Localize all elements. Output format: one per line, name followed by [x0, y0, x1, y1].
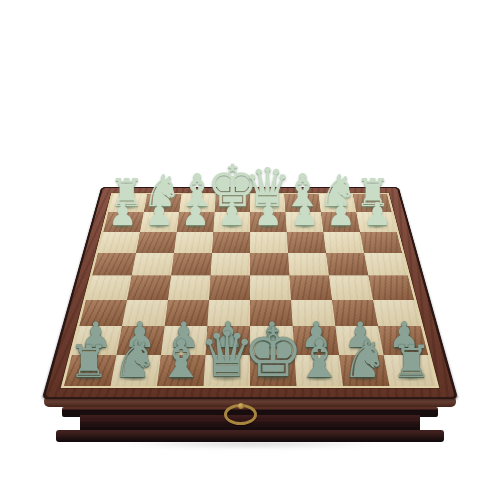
square-d4[interactable]: [209, 275, 250, 299]
square-c7[interactable]: [177, 212, 215, 232]
base-bottom-molding: [56, 430, 444, 442]
square-f1[interactable]: [295, 355, 343, 386]
square-g3[interactable]: [332, 300, 378, 326]
square-g4[interactable]: [329, 275, 373, 299]
square-a5[interactable]: [92, 253, 136, 276]
square-h5[interactable]: [364, 253, 408, 276]
square-e3[interactable]: [250, 300, 293, 326]
square-e6[interactable]: [250, 232, 288, 253]
square-e5[interactable]: [250, 253, 289, 276]
square-d5[interactable]: [211, 253, 250, 276]
square-c4[interactable]: [168, 275, 211, 299]
square-e4[interactable]: [250, 275, 291, 299]
square-g8[interactable]: [319, 194, 357, 212]
square-c5[interactable]: [171, 253, 212, 276]
square-b3[interactable]: [122, 300, 168, 326]
square-g7[interactable]: [321, 212, 360, 232]
square-e8[interactable]: [250, 194, 285, 212]
drawer-handle-icon: [224, 404, 257, 425]
board-grid: [64, 194, 436, 386]
square-a6[interactable]: [98, 232, 140, 253]
square-d1[interactable]: [203, 355, 249, 386]
square-h3[interactable]: [373, 300, 421, 326]
square-a1[interactable]: [64, 355, 116, 386]
square-a3[interactable]: [79, 300, 127, 326]
square-b5[interactable]: [132, 253, 174, 276]
square-c1[interactable]: [157, 355, 205, 386]
square-d7[interactable]: [213, 212, 250, 232]
handle-knob: [238, 403, 244, 409]
square-h8[interactable]: [353, 194, 392, 212]
square-d3[interactable]: [207, 300, 250, 326]
square-b6[interactable]: [136, 232, 177, 253]
square-d8[interactable]: [215, 194, 250, 212]
square-g2[interactable]: [335, 326, 383, 355]
square-h4[interactable]: [368, 275, 414, 299]
square-c6[interactable]: [174, 232, 213, 253]
square-g6[interactable]: [323, 232, 364, 253]
square-g1[interactable]: [339, 355, 389, 386]
square-b1[interactable]: [110, 355, 160, 386]
square-f5[interactable]: [288, 253, 329, 276]
chess-board: [42, 187, 459, 399]
square-h6[interactable]: [360, 232, 402, 253]
square-d6[interactable]: [212, 232, 250, 253]
square-e2[interactable]: [250, 326, 295, 355]
square-a8[interactable]: [108, 194, 147, 212]
square-h7[interactable]: [356, 212, 396, 232]
square-f7[interactable]: [285, 212, 323, 232]
square-c3[interactable]: [165, 300, 209, 326]
square-c8[interactable]: [179, 194, 216, 212]
square-b4[interactable]: [127, 275, 171, 299]
square-f2[interactable]: [293, 326, 339, 355]
square-b7[interactable]: [140, 212, 179, 232]
square-a2[interactable]: [72, 326, 122, 355]
square-a4[interactable]: [86, 275, 132, 299]
square-f6[interactable]: [287, 232, 326, 253]
square-f8[interactable]: [284, 194, 321, 212]
square-b8[interactable]: [144, 194, 182, 212]
square-g5[interactable]: [326, 253, 368, 276]
square-a7[interactable]: [103, 212, 143, 232]
square-e1[interactable]: [250, 355, 296, 386]
square-c2[interactable]: [161, 326, 207, 355]
square-h2[interactable]: [378, 326, 428, 355]
product-photo: ♜♞♝♚♛♝♞♜♟♟♟♟♟♟♟♟♟♟♟♟♟♟♟♟♜♞♝♛♚♝♞♜: [0, 0, 500, 500]
square-b2[interactable]: [116, 326, 164, 355]
square-d2[interactable]: [205, 326, 250, 355]
square-h1[interactable]: [384, 355, 436, 386]
square-f4[interactable]: [289, 275, 332, 299]
square-f3[interactable]: [291, 300, 335, 326]
square-e7[interactable]: [250, 212, 287, 232]
